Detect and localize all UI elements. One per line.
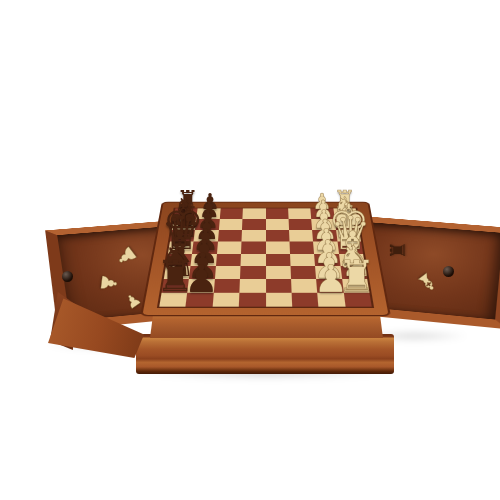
square-e6 [217, 242, 242, 254]
square-a7 [186, 292, 214, 306]
square-e8 [168, 242, 194, 254]
square-f1 [336, 230, 361, 241]
square-g6 [219, 219, 243, 230]
square-g3 [288, 219, 312, 230]
square-b8 [162, 279, 190, 293]
square-b3 [291, 279, 318, 293]
chess-set-product-photo: ♟♟♟♜♝ ♜♟♟♜♞♟♟♞♝♟♟♝♚♟♟♚♛♟♟♛♝♟♟♝♞♟♟♞♜♟♟♜ [0, 0, 500, 500]
square-d6 [216, 254, 241, 266]
square-c2 [315, 266, 341, 279]
board-frame [140, 202, 391, 317]
square-h6 [220, 208, 243, 219]
square-f8 [170, 230, 195, 241]
square-b5 [240, 279, 266, 293]
square-g4 [266, 219, 289, 230]
square-f7 [194, 230, 219, 241]
drawer-knob [443, 266, 454, 277]
square-h3 [288, 208, 311, 219]
square-a4 [266, 292, 293, 306]
square-g5 [242, 219, 265, 230]
square-d4 [266, 254, 291, 266]
square-e3 [289, 242, 314, 254]
square-b2 [316, 279, 343, 293]
square-c5 [240, 266, 265, 279]
square-c8 [164, 266, 191, 279]
square-f2 [312, 230, 337, 241]
square-f5 [242, 230, 266, 241]
square-b1 [342, 279, 370, 293]
square-e5 [241, 242, 265, 254]
square-a8 [159, 292, 187, 306]
square-h5 [243, 208, 266, 219]
square-h4 [266, 208, 289, 219]
square-a2 [317, 292, 345, 306]
square-b4 [266, 279, 292, 293]
square-d2 [314, 254, 340, 266]
square-b6 [214, 279, 241, 293]
square-b7 [188, 279, 215, 293]
square-h1 [333, 208, 357, 219]
square-a6 [212, 292, 239, 306]
square-a3 [291, 292, 318, 306]
square-d1 [339, 254, 365, 266]
square-f6 [218, 230, 242, 241]
square-a5 [239, 292, 266, 306]
square-d5 [241, 254, 266, 266]
square-g1 [334, 219, 359, 230]
square-c1 [340, 266, 367, 279]
square-d8 [166, 254, 192, 266]
chess-board [159, 208, 371, 306]
square-h8 [174, 208, 198, 219]
drawer-knob [62, 271, 73, 282]
square-f4 [266, 230, 290, 241]
square-e7 [192, 242, 217, 254]
square-c6 [215, 266, 241, 279]
square-g2 [311, 219, 335, 230]
square-f3 [289, 230, 313, 241]
square-g8 [172, 219, 197, 230]
square-h2 [311, 208, 335, 219]
square-e2 [313, 242, 338, 254]
square-c7 [189, 266, 215, 279]
square-d3 [290, 254, 315, 266]
square-c3 [290, 266, 316, 279]
square-d7 [191, 254, 217, 266]
square-c4 [266, 266, 291, 279]
square-e4 [266, 242, 290, 254]
box-plinth [136, 334, 394, 374]
square-e1 [337, 242, 363, 254]
square-h7 [197, 208, 221, 219]
square-g7 [195, 219, 219, 230]
square-a1 [343, 292, 371, 306]
